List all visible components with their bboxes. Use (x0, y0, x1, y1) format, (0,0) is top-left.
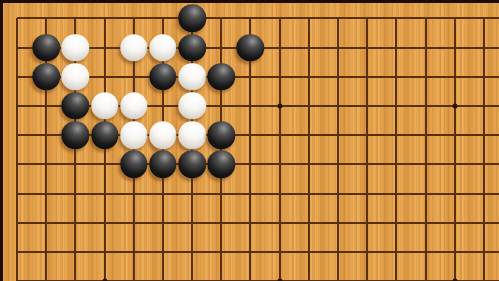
intersection-L19[interactable] (294, 4, 323, 33)
intersection-G14[interactable] (178, 150, 207, 179)
intersection-H18[interactable] (207, 33, 236, 62)
grid-line-vertical (483, 33, 485, 63)
grid-line-vertical (279, 62, 281, 92)
grid-line-vertical (308, 33, 310, 63)
grid-line-vertical (249, 266, 251, 281)
black-stone-F17 (149, 63, 176, 90)
grid-line-vertical (249, 18, 251, 33)
intersection-B18[interactable] (32, 33, 61, 62)
intersection-C14[interactable] (61, 150, 90, 179)
intersection-E11[interactable] (119, 237, 148, 266)
grid-line-vertical (133, 266, 135, 281)
intersection-Q17[interactable] (440, 62, 469, 91)
grid-line-vertical (16, 208, 18, 238)
grid-line-vertical (395, 91, 397, 121)
white-stone-E15 (120, 122, 147, 149)
grid-line-vertical (454, 33, 456, 63)
grid-line-vertical (16, 91, 18, 121)
grid-line-vertical (220, 18, 222, 33)
grid-line-vertical (191, 179, 193, 209)
intersection-E10[interactable] (119, 267, 148, 281)
grid-line-vertical (308, 91, 310, 121)
white-stone-F15 (149, 122, 176, 149)
grid-line-vertical (454, 179, 456, 209)
intersection-E14[interactable] (119, 150, 148, 179)
intersection-C15[interactable] (61, 121, 90, 150)
grid-line-vertical (16, 120, 18, 150)
intersection-J12[interactable] (236, 208, 265, 237)
intersection-F19[interactable] (148, 4, 177, 33)
intersection-N11[interactable] (353, 237, 382, 266)
grid-line-vertical (454, 208, 456, 238)
intersection-B14[interactable] (32, 150, 61, 179)
intersection-R14[interactable] (469, 150, 498, 179)
grid-line-vertical (395, 62, 397, 92)
intersection-R19[interactable] (469, 4, 498, 33)
intersection-O12[interactable] (382, 208, 411, 237)
intersection-J11[interactable] (236, 237, 265, 266)
grid-line-vertical (16, 266, 18, 281)
grid-line-vertical (337, 208, 339, 238)
intersection-P18[interactable] (411, 33, 440, 62)
grid-line-vertical (133, 62, 135, 92)
intersection-L11[interactable] (294, 237, 323, 266)
intersection-E13[interactable] (119, 179, 148, 208)
grid-line-vertical (249, 237, 251, 267)
intersection-L13[interactable] (294, 179, 323, 208)
intersection-N13[interactable] (353, 179, 382, 208)
grid-line-vertical (366, 208, 368, 238)
intersection-N19[interactable] (353, 4, 382, 33)
intersection-P12[interactable] (411, 208, 440, 237)
intersection-C17[interactable] (61, 62, 90, 91)
intersection-A11[interactable] (2, 237, 31, 266)
grid-line-vertical (425, 33, 427, 63)
grid-line-vertical (454, 149, 456, 179)
grid-line-vertical (16, 149, 18, 179)
intersection-F17[interactable] (148, 62, 177, 91)
intersection-A14[interactable] (2, 150, 31, 179)
intersection-L17[interactable] (294, 62, 323, 91)
star-point (277, 104, 282, 109)
intersection-Q15[interactable] (440, 121, 469, 150)
grid-line-vertical (308, 266, 310, 281)
intersection-R12[interactable] (469, 208, 498, 237)
intersection-E19[interactable] (119, 4, 148, 33)
grid-line-horizontal (17, 222, 32, 224)
white-stone-G17 (178, 63, 205, 90)
grid-line-vertical (279, 120, 281, 150)
intersection-N15[interactable] (353, 121, 382, 150)
grid-line-vertical (249, 91, 251, 121)
intersection-J18[interactable] (236, 33, 265, 62)
white-stone-G16 (178, 92, 205, 119)
intersection-M17[interactable] (323, 62, 352, 91)
intersection-P10[interactable] (411, 267, 440, 281)
grid-line-vertical (16, 33, 18, 63)
intersection-O14[interactable] (382, 150, 411, 179)
grid-line-vertical (249, 208, 251, 238)
intersection-K15[interactable] (265, 121, 294, 150)
intersection-F18[interactable] (148, 33, 177, 62)
intersection-R18[interactable] (469, 33, 498, 62)
intersection-C16[interactable] (61, 91, 90, 120)
intersection-B12[interactable] (32, 208, 61, 237)
white-stone-C17 (62, 63, 89, 90)
intersection-D13[interactable] (90, 179, 119, 208)
grid-line-vertical (395, 208, 397, 238)
intersection-D18[interactable] (90, 33, 119, 62)
grid-line-vertical (366, 266, 368, 281)
black-stone-H14 (208, 151, 235, 178)
grid-line-vertical (104, 208, 106, 238)
grid-line-vertical (162, 266, 164, 281)
grid-line-vertical (454, 18, 456, 33)
intersection-A10[interactable] (2, 267, 31, 281)
grid-line-vertical (308, 237, 310, 267)
black-stone-G19 (178, 5, 205, 32)
intersection-N17[interactable] (353, 62, 382, 91)
grid-line-vertical (104, 237, 106, 267)
grid-line-vertical (454, 237, 456, 267)
grid-line-vertical (425, 120, 427, 150)
grid-line-vertical (279, 149, 281, 179)
intersection-K16[interactable] (265, 91, 294, 120)
intersection-K12[interactable] (265, 208, 294, 237)
intersection-C11[interactable] (61, 237, 90, 266)
intersection-D12[interactable] (90, 208, 119, 237)
grid-line-vertical (162, 208, 164, 238)
intersection-F13[interactable] (148, 179, 177, 208)
grid-line-vertical (308, 120, 310, 150)
intersection-M16[interactable] (323, 91, 352, 120)
intersection-G10[interactable] (178, 267, 207, 281)
intersection-F12[interactable] (148, 208, 177, 237)
grid-line-vertical (425, 208, 427, 238)
intersection-Q10[interactable] (440, 267, 469, 281)
intersection-Q13[interactable] (440, 179, 469, 208)
grid-line-vertical (483, 120, 485, 150)
intersection-O10[interactable] (382, 267, 411, 281)
intersection-M19[interactable] (323, 4, 352, 33)
intersection-G15[interactable] (178, 121, 207, 150)
intersection-R11[interactable] (469, 237, 498, 266)
intersection-E15[interactable] (119, 121, 148, 150)
intersection-P17[interactable] (411, 62, 440, 91)
intersection-O16[interactable] (382, 91, 411, 120)
intersection-D14[interactable] (90, 150, 119, 179)
intersection-R15[interactable] (469, 121, 498, 150)
intersection-P14[interactable] (411, 150, 440, 179)
grid-line-vertical (220, 266, 222, 281)
intersection-O13[interactable] (382, 179, 411, 208)
intersection-M12[interactable] (323, 208, 352, 237)
intersection-J19[interactable] (236, 4, 265, 33)
grid-line-vertical (45, 179, 47, 209)
grid-line-vertical (366, 120, 368, 150)
grid-line-vertical (162, 179, 164, 209)
grid-line-vertical (337, 120, 339, 150)
intersection-J17[interactable] (236, 62, 265, 91)
intersection-J13[interactable] (236, 179, 265, 208)
intersection-A15[interactable] (2, 121, 31, 150)
grid-line-vertical (425, 62, 427, 92)
intersection-B10[interactable] (32, 267, 61, 281)
grid-line-vertical (104, 149, 106, 179)
intersection-L18[interactable] (294, 33, 323, 62)
white-stone-F18 (149, 34, 176, 61)
grid-line-vertical (16, 179, 18, 209)
intersection-N10[interactable] (353, 267, 382, 281)
black-stone-B18 (32, 34, 59, 61)
white-stone-G15 (178, 122, 205, 149)
grid-line-vertical (104, 179, 106, 209)
grid-line-vertical (425, 179, 427, 209)
grid-line-vertical (483, 179, 485, 209)
grid-line-vertical (337, 266, 339, 281)
intersection-K11[interactable] (265, 237, 294, 266)
intersection-B11[interactable] (32, 237, 61, 266)
grid-line-vertical (366, 179, 368, 209)
intersection-O15[interactable] (382, 121, 411, 150)
intersection-P11[interactable] (411, 237, 440, 266)
grid-line-vertical (366, 237, 368, 267)
intersection-R17[interactable] (469, 62, 498, 91)
intersection-A18[interactable] (2, 33, 31, 62)
intersection-C10[interactable] (61, 267, 90, 281)
grid-line-vertical (395, 33, 397, 63)
grid-line-vertical (483, 266, 485, 281)
intersection-M10[interactable] (323, 267, 352, 281)
grid-line-vertical (74, 237, 76, 267)
black-stone-G18 (178, 34, 205, 61)
intersection-C13[interactable] (61, 179, 90, 208)
grid-line-vertical (395, 149, 397, 179)
intersection-D16[interactable] (90, 91, 119, 120)
intersection-A17[interactable] (2, 62, 31, 91)
grid-line-vertical (133, 237, 135, 267)
grid-line-vertical (249, 179, 251, 209)
intersection-K14[interactable] (265, 150, 294, 179)
grid-line-vertical (162, 237, 164, 267)
grid-line-vertical (308, 149, 310, 179)
black-stone-H17 (208, 63, 235, 90)
intersection-J10[interactable] (236, 267, 265, 281)
intersection-C12[interactable] (61, 208, 90, 237)
grid-line-vertical (133, 179, 135, 209)
grid-line-vertical (74, 266, 76, 281)
grid-line-vertical (104, 33, 106, 63)
intersection-K13[interactable] (265, 179, 294, 208)
intersection-D11[interactable] (90, 237, 119, 266)
intersection-Q12[interactable] (440, 208, 469, 237)
intersection-O19[interactable] (382, 4, 411, 33)
intersection-P16[interactable] (411, 91, 440, 120)
black-stone-B17 (32, 63, 59, 90)
intersection-N18[interactable] (353, 33, 382, 62)
grid-line-vertical (279, 33, 281, 63)
black-stone-E14 (120, 151, 147, 178)
grid-line-vertical (425, 149, 427, 179)
grid-line-vertical (16, 237, 18, 267)
grid-line-vertical (337, 149, 339, 179)
intersection-G12[interactable] (178, 208, 207, 237)
grid-line-horizontal (17, 163, 32, 165)
grid-line-vertical (74, 18, 76, 33)
intersection-N14[interactable] (353, 150, 382, 179)
intersection-F14[interactable] (148, 150, 177, 179)
intersection-G11[interactable] (178, 237, 207, 266)
intersection-A13[interactable] (2, 179, 31, 208)
intersection-Q18[interactable] (440, 33, 469, 62)
intersection-D19[interactable] (90, 4, 119, 33)
intersection-G18[interactable] (178, 33, 207, 62)
intersection-N12[interactable] (353, 208, 382, 237)
grid-line-vertical (308, 62, 310, 92)
intersection-M13[interactable] (323, 179, 352, 208)
intersection-C19[interactable] (61, 4, 90, 33)
intersection-Q16[interactable] (440, 91, 469, 120)
intersection-D10[interactable] (90, 267, 119, 281)
intersection-L12[interactable] (294, 208, 323, 237)
intersection-B15[interactable] (32, 121, 61, 150)
grid-line-vertical (366, 33, 368, 63)
grid-line-vertical (133, 18, 135, 33)
grid-line-horizontal (17, 251, 32, 253)
grid-line-vertical (395, 18, 397, 33)
intersection-J14[interactable] (236, 150, 265, 179)
intersection-K17[interactable] (265, 62, 294, 91)
intersection-A16[interactable] (2, 91, 31, 120)
intersection-P19[interactable] (411, 4, 440, 33)
grid-line-vertical (133, 208, 135, 238)
grid-line-horizontal (17, 76, 32, 78)
intersection-G19[interactable] (178, 4, 207, 33)
intersection-E12[interactable] (119, 208, 148, 237)
intersection-J15[interactable] (236, 121, 265, 150)
grid-line-vertical (249, 149, 251, 179)
black-stone-J18 (237, 34, 264, 61)
intersection-Q14[interactable] (440, 150, 469, 179)
intersection-G16[interactable] (178, 91, 207, 120)
grid-line-vertical (454, 120, 456, 150)
intersection-R10[interactable] (469, 267, 498, 281)
grid-line-vertical (162, 91, 164, 121)
intersection-L10[interactable] (294, 267, 323, 281)
grid-line-vertical (249, 120, 251, 150)
intersection-H15[interactable] (207, 121, 236, 150)
intersection-M11[interactable] (323, 237, 352, 266)
intersection-O17[interactable] (382, 62, 411, 91)
grid-line-horizontal (17, 193, 32, 195)
intersection-E16[interactable] (119, 91, 148, 120)
window-border-top (0, 0, 499, 3)
intersection-O11[interactable] (382, 237, 411, 266)
intersection-R13[interactable] (469, 179, 498, 208)
grid-line-vertical (425, 237, 427, 267)
intersection-Q11[interactable] (440, 237, 469, 266)
intersection-H11[interactable] (207, 237, 236, 266)
intersection-D17[interactable] (90, 62, 119, 91)
grid-line-vertical (308, 18, 310, 33)
grid-line-vertical (395, 266, 397, 281)
intersection-B16[interactable] (32, 91, 61, 120)
intersection-D15[interactable] (90, 121, 119, 150)
intersection-H16[interactable] (207, 91, 236, 120)
intersection-B17[interactable] (32, 62, 61, 91)
intersection-C18[interactable] (61, 33, 90, 62)
grid-line-vertical (395, 237, 397, 267)
intersection-M15[interactable] (323, 121, 352, 150)
grid-line-vertical (220, 208, 222, 238)
grid-line-vertical (337, 62, 339, 92)
grid-line-vertical (279, 237, 281, 267)
grid-line-horizontal (17, 134, 32, 136)
intersection-P13[interactable] (411, 179, 440, 208)
white-stone-C18 (62, 34, 89, 61)
intersection-P15[interactable] (411, 121, 440, 150)
intersection-G13[interactable] (178, 179, 207, 208)
intersection-H17[interactable] (207, 62, 236, 91)
intersection-N16[interactable] (353, 91, 382, 120)
grid-line-vertical (45, 18, 47, 33)
intersection-B13[interactable] (32, 179, 61, 208)
intersection-H19[interactable] (207, 4, 236, 33)
intersection-L15[interactable] (294, 121, 323, 150)
grid-line-vertical (337, 91, 339, 121)
grid-line-vertical (104, 18, 106, 33)
intersection-B19[interactable] (32, 4, 61, 33)
intersection-G17[interactable] (178, 62, 207, 91)
intersection-A12[interactable] (2, 208, 31, 237)
intersection-J16[interactable] (236, 91, 265, 120)
grid-line-vertical (366, 62, 368, 92)
intersection-F11[interactable] (148, 237, 177, 266)
grid-line-vertical (45, 237, 47, 267)
intersection-F16[interactable] (148, 91, 177, 120)
grid-line-vertical (45, 208, 47, 238)
grid-line-vertical (308, 208, 310, 238)
intersection-L16[interactable] (294, 91, 323, 120)
intersection-A19[interactable] (2, 4, 31, 33)
intersection-K19[interactable] (265, 4, 294, 33)
intersection-O18[interactable] (382, 33, 411, 62)
intersection-E18[interactable] (119, 33, 148, 62)
black-stone-D15 (91, 122, 118, 149)
intersection-K18[interactable] (265, 33, 294, 62)
black-stone-H15 (208, 122, 235, 149)
intersection-H10[interactable] (207, 267, 236, 281)
intersection-H14[interactable] (207, 150, 236, 179)
intersection-K10[interactable] (265, 267, 294, 281)
grid-line-vertical (104, 62, 106, 92)
grid-line-vertical (483, 62, 485, 92)
grid-line-vertical (45, 266, 47, 281)
intersection-L14[interactable] (294, 150, 323, 179)
intersection-F10[interactable] (148, 267, 177, 281)
go-board-screen (0, 0, 499, 281)
intersection-F15[interactable] (148, 121, 177, 150)
intersection-Q19[interactable] (440, 4, 469, 33)
intersection-H12[interactable] (207, 208, 236, 237)
intersection-E17[interactable] (119, 62, 148, 91)
intersection-H13[interactable] (207, 179, 236, 208)
intersection-M14[interactable] (323, 150, 352, 179)
intersection-R16[interactable] (469, 91, 498, 120)
grid-line-vertical (249, 62, 251, 92)
grid-line-vertical (483, 149, 485, 179)
intersection-M18[interactable] (323, 33, 352, 62)
